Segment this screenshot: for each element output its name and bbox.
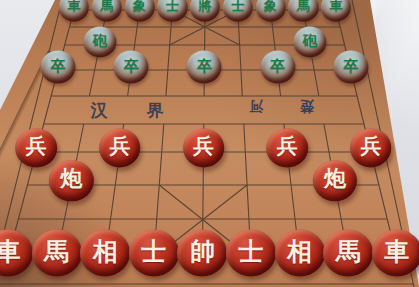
piece-red-soldier-5[interactable]: 兵 <box>350 128 392 167</box>
piece-red-cannon-right[interactable]: 炮 <box>313 160 357 202</box>
piece-glyph: 車 <box>330 0 343 13</box>
piece-green-soldier-4[interactable]: 卒 <box>260 50 295 83</box>
piece-green-soldier-2[interactable]: 卒 <box>114 50 149 83</box>
piece-glyph: 象 <box>264 0 277 13</box>
piece-glyph: 帥 <box>190 239 215 264</box>
piece-glyph: 砲 <box>303 34 317 48</box>
piece-glyph: 兵 <box>360 136 381 157</box>
piece-glyph: 將 <box>199 0 212 13</box>
piece-glyph: 兵 <box>277 136 298 157</box>
piece-glyph: 士 <box>231 0 244 13</box>
piece-glyph: 砲 <box>93 34 107 48</box>
river-label-han: 汉 <box>91 99 108 122</box>
piece-red-elephant-right[interactable]: 相 <box>275 230 325 277</box>
piece-glyph: 相 <box>93 239 118 264</box>
piece-red-chariot-right[interactable]: 車 <box>372 230 419 277</box>
piece-red-general[interactable]: 帥 <box>177 230 227 277</box>
piece-red-advisor-left[interactable]: 士 <box>129 230 179 277</box>
piece-glyph: 士 <box>141 239 166 264</box>
piece-glyph: 炮 <box>60 168 82 190</box>
piece-glyph: 卒 <box>270 58 285 73</box>
piece-glyph: 卒 <box>197 58 212 73</box>
piece-glyph: 兵 <box>109 136 130 157</box>
piece-red-soldier-3[interactable]: 兵 <box>183 128 225 167</box>
piece-glyph: 象 <box>133 0 146 13</box>
piece-glyph: 兵 <box>26 136 47 157</box>
piece-red-soldier-4[interactable]: 兵 <box>266 128 308 167</box>
piece-red-elephant-left[interactable]: 相 <box>80 230 130 277</box>
river-label-chu: 楚 <box>300 97 314 115</box>
piece-glyph: 相 <box>287 239 312 264</box>
piece-glyph: 卒 <box>51 58 66 73</box>
piece-green-soldier-3[interactable]: 卒 <box>187 50 222 83</box>
piece-red-cannon-left[interactable]: 炮 <box>49 160 93 202</box>
piece-glyph: 士 <box>166 0 179 13</box>
river-label-jie: 界 <box>147 99 164 122</box>
piece-glyph: 兵 <box>193 136 214 157</box>
piece-glyph: 馬 <box>336 239 361 264</box>
piece-glyph: 馬 <box>44 239 69 264</box>
piece-green-soldier-1[interactable]: 卒 <box>40 50 75 83</box>
piece-glyph: 車 <box>68 0 81 13</box>
piece-green-soldier-5[interactable]: 卒 <box>333 50 368 83</box>
piece-red-horse-left[interactable]: 馬 <box>32 230 82 277</box>
piece-glyph: 士 <box>239 239 264 264</box>
piece-red-soldier-2[interactable]: 兵 <box>99 128 141 167</box>
photo-canvas: 汉 界 河 楚 車馬象士將士象馬車砲砲卒卒卒卒卒兵兵兵兵兵炮炮車馬相士帥士相馬車 <box>0 0 419 287</box>
piece-red-horse-right[interactable]: 馬 <box>323 230 373 277</box>
piece-glyph: 車 <box>0 239 21 264</box>
piece-glyph: 卒 <box>343 58 358 73</box>
river-label-he: 河 <box>249 97 263 115</box>
piece-glyph: 馬 <box>297 0 310 13</box>
piece-glyph: 馬 <box>100 0 113 13</box>
piece-glyph: 車 <box>384 239 409 264</box>
piece-red-advisor-right[interactable]: 士 <box>226 230 276 277</box>
piece-red-soldier-1[interactable]: 兵 <box>15 128 57 167</box>
piece-glyph: 卒 <box>124 58 139 73</box>
piece-glyph: 炮 <box>324 168 346 190</box>
